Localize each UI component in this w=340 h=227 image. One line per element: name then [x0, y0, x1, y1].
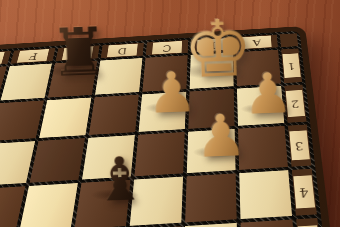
square-b4[interactable] — [185, 173, 237, 222]
rank-label-3: 3 — [288, 124, 311, 166]
white-pawn-a2[interactable]: ♟ — [242, 65, 294, 123]
pawn-glyph: ♟ — [242, 65, 294, 123]
square-f1[interactable] — [1, 64, 52, 101]
file-letter: D — [117, 46, 127, 55]
rank-number: 3 — [295, 139, 305, 151]
square-b5[interactable] — [183, 223, 238, 227]
rank-number: 4 — [299, 185, 309, 198]
black-rook-e1[interactable]: ♜ — [48, 19, 109, 87]
file-letter: A — [252, 38, 261, 47]
rank-label-5: 5 — [296, 218, 323, 227]
pawn-glyph: ♟ — [146, 64, 198, 122]
white-pawn-c2[interactable]: ♟ — [146, 64, 198, 122]
file-letter: F — [28, 51, 38, 60]
square-e2[interactable] — [39, 98, 91, 138]
square-a4[interactable] — [239, 170, 292, 219]
rook-glyph: ♜ — [48, 19, 109, 87]
square-c5[interactable] — [125, 226, 182, 227]
rank-label-4: 4 — [292, 169, 317, 216]
square-f2[interactable] — [0, 100, 44, 141]
square-e3[interactable] — [30, 138, 85, 183]
pawn-glyph: ♟ — [194, 107, 248, 167]
photo-scene: HGFEDCBA1122334455667788HGFEDCBA ♜♚♟♟♟♝ — [0, 0, 340, 227]
black-bishop-d4[interactable]: ♝ — [92, 148, 148, 210]
square-a5[interactable] — [241, 219, 297, 227]
square-d2[interactable] — [89, 95, 139, 135]
white-pawn-b3[interactable]: ♟ — [194, 107, 248, 167]
bishop-glyph: ♝ — [92, 148, 148, 210]
file-letter: C — [162, 43, 171, 52]
square-e4[interactable] — [19, 183, 78, 227]
frame-corner — [280, 33, 298, 47]
file-label-g: G — [0, 51, 11, 67]
